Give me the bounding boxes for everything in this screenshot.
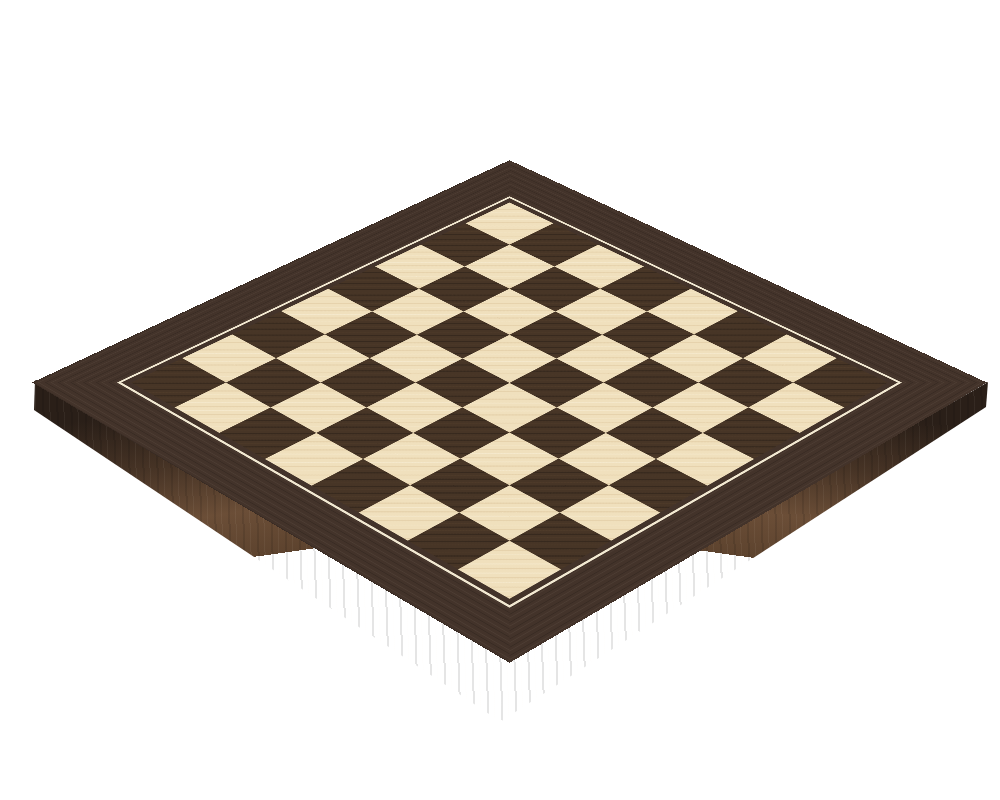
chess-board bbox=[32, 160, 987, 663]
board-scene bbox=[0, 0, 1000, 800]
